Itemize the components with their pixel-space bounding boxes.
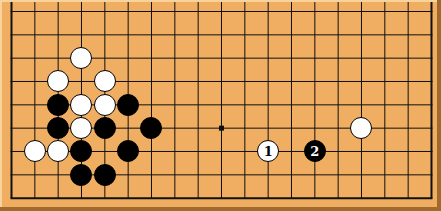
intersection-E4[interactable] (93, 116, 116, 139)
intersection-N6[interactable] (280, 70, 303, 93)
intersection-G5[interactable] (140, 93, 163, 116)
intersection-N4[interactable] (280, 116, 303, 139)
intersection-K5[interactable] (210, 93, 233, 116)
intersection-Q7[interactable] (350, 47, 373, 70)
intersection-J3[interactable] (186, 140, 209, 163)
intersection-C3[interactable] (47, 140, 70, 163)
intersection-N2[interactable] (280, 163, 303, 186)
intersection-P5[interactable] (326, 93, 349, 116)
intersection-Q5[interactable] (350, 93, 373, 116)
intersection-Q3[interactable] (350, 140, 373, 163)
board-edge-highlight-top (0, 0, 441, 2)
intersection-A5[interactable] (0, 93, 23, 116)
intersection-N3[interactable] (280, 140, 303, 163)
intersection-H2[interactable] (163, 163, 186, 186)
intersection-O2[interactable] (303, 163, 326, 186)
intersection-G9[interactable] (140, 0, 163, 23)
intersection-B4[interactable] (23, 116, 46, 139)
intersection-O4[interactable] (303, 116, 326, 139)
intersection-H7[interactable] (163, 47, 186, 70)
intersection-B8[interactable] (23, 23, 46, 46)
intersection-E9[interactable] (93, 0, 116, 23)
intersection-J4[interactable] (186, 116, 209, 139)
intersection-P9[interactable] (326, 0, 349, 23)
intersection-M6[interactable] (256, 70, 279, 93)
intersection-C9[interactable] (47, 0, 70, 23)
intersection-P6[interactable] (326, 70, 349, 93)
intersection-G4[interactable] (140, 116, 163, 139)
intersection-S5[interactable] (396, 93, 419, 116)
intersection-O9[interactable] (303, 0, 326, 23)
intersection-F4[interactable] (116, 116, 139, 139)
intersection-K2[interactable] (210, 163, 233, 186)
intersection-N7[interactable] (280, 47, 303, 70)
intersection-O3[interactable] (303, 140, 326, 163)
intersection-S2[interactable] (396, 163, 419, 186)
intersection-P2[interactable] (326, 163, 349, 186)
intersection-J2[interactable] (186, 163, 209, 186)
intersection-G7[interactable] (140, 47, 163, 70)
intersection-F7[interactable] (116, 47, 139, 70)
intersection-D8[interactable] (70, 23, 93, 46)
intersection-H8[interactable] (163, 23, 186, 46)
intersection-E6[interactable] (93, 70, 116, 93)
intersection-A8[interactable] (0, 23, 23, 46)
intersection-G3[interactable] (140, 140, 163, 163)
intersection-J6[interactable] (186, 70, 209, 93)
intersection-H4[interactable] (163, 116, 186, 139)
intersection-B5[interactable] (23, 93, 46, 116)
intersection-O7[interactable] (303, 47, 326, 70)
intersection-E8[interactable] (93, 23, 116, 46)
intersection-O6[interactable] (303, 70, 326, 93)
intersection-R3[interactable] (373, 140, 396, 163)
intersection-F2[interactable] (116, 163, 139, 186)
intersection-R5[interactable] (373, 93, 396, 116)
intersection-R9[interactable] (373, 0, 396, 23)
intersection-A7[interactable] (0, 47, 23, 70)
intersection-F9[interactable] (116, 0, 139, 23)
intersection-J8[interactable] (186, 23, 209, 46)
intersection-F6[interactable] (116, 70, 139, 93)
intersection-S4[interactable] (396, 116, 419, 139)
intersection-F8[interactable] (116, 23, 139, 46)
board-edge-highlight-left (0, 0, 2, 211)
intersection-N8[interactable] (280, 23, 303, 46)
intersection-L8[interactable] (233, 23, 256, 46)
intersection-S7[interactable] (396, 47, 419, 70)
intersection-C2[interactable] (47, 163, 70, 186)
intersection-Q4[interactable] (350, 116, 373, 139)
intersection-S9[interactable] (396, 0, 419, 23)
intersection-O5[interactable] (303, 93, 326, 116)
intersection-A4[interactable] (0, 116, 23, 139)
intersection-M2[interactable] (256, 163, 279, 186)
intersection-J9[interactable] (186, 0, 209, 23)
intersection-Q6[interactable] (350, 70, 373, 93)
intersection-E3[interactable] (93, 140, 116, 163)
intersection-Q8[interactable] (350, 23, 373, 46)
intersection-K4[interactable] (210, 116, 233, 139)
intersection-A6[interactable] (0, 70, 23, 93)
intersection-R7[interactable] (373, 47, 396, 70)
intersection-A3[interactable] (0, 140, 23, 163)
intersection-S6[interactable] (396, 70, 419, 93)
intersection-B6[interactable] (23, 70, 46, 93)
intersection-J5[interactable] (186, 93, 209, 116)
intersection-grid (0, 0, 441, 210)
intersection-M8[interactable] (256, 23, 279, 46)
intersection-K7[interactable] (210, 47, 233, 70)
intersection-D9[interactable] (70, 0, 93, 23)
intersection-H6[interactable] (163, 70, 186, 93)
intersection-R6[interactable] (373, 70, 396, 93)
intersection-D6[interactable] (70, 70, 93, 93)
intersection-M3[interactable] (256, 140, 279, 163)
intersection-C6[interactable] (47, 70, 70, 93)
intersection-D2[interactable] (70, 163, 93, 186)
intersection-A9[interactable] (0, 0, 23, 23)
intersection-D4[interactable] (70, 116, 93, 139)
intersection-E5[interactable] (93, 93, 116, 116)
intersection-M5[interactable] (256, 93, 279, 116)
intersection-M9[interactable] (256, 0, 279, 23)
intersection-L7[interactable] (233, 47, 256, 70)
intersection-C5[interactable] (47, 93, 70, 116)
intersection-L6[interactable] (233, 70, 256, 93)
intersection-L4[interactable] (233, 116, 256, 139)
intersection-D7[interactable] (70, 47, 93, 70)
intersection-F3[interactable] (116, 140, 139, 163)
intersection-G6[interactable] (140, 70, 163, 93)
intersection-H9[interactable] (163, 0, 186, 23)
intersection-Q9[interactable] (350, 0, 373, 23)
intersection-L9[interactable] (233, 0, 256, 23)
intersection-A2[interactable] (0, 163, 23, 186)
intersection-P4[interactable] (326, 116, 349, 139)
intersection-H3[interactable] (163, 140, 186, 163)
intersection-J7[interactable] (186, 47, 209, 70)
intersection-D5[interactable] (70, 93, 93, 116)
intersection-M7[interactable] (256, 47, 279, 70)
intersection-R8[interactable] (373, 23, 396, 46)
intersection-O8[interactable] (303, 23, 326, 46)
intersection-M4[interactable] (256, 116, 279, 139)
intersection-K3[interactable] (210, 140, 233, 163)
intersection-P8[interactable] (326, 23, 349, 46)
intersection-K6[interactable] (210, 70, 233, 93)
intersection-C4[interactable] (47, 116, 70, 139)
intersection-B3[interactable] (23, 140, 46, 163)
intersection-P7[interactable] (326, 47, 349, 70)
intersection-B9[interactable] (23, 0, 46, 23)
intersection-S8[interactable] (396, 23, 419, 46)
intersection-N9[interactable] (280, 0, 303, 23)
intersection-K8[interactable] (210, 23, 233, 46)
intersection-Q2[interactable] (350, 163, 373, 186)
intersection-L5[interactable] (233, 93, 256, 116)
intersection-G8[interactable] (140, 23, 163, 46)
intersection-P3[interactable] (326, 140, 349, 163)
intersection-K9[interactable] (210, 0, 233, 23)
intersection-H5[interactable] (163, 93, 186, 116)
intersection-B7[interactable] (23, 47, 46, 70)
intersection-N5[interactable] (280, 93, 303, 116)
intersection-G2[interactable] (140, 163, 163, 186)
go-board: 12 (0, 0, 441, 211)
intersection-E2[interactable] (93, 163, 116, 186)
intersection-D3[interactable] (70, 140, 93, 163)
board-edge-shadow-right (437, 0, 441, 211)
intersection-R2[interactable] (373, 163, 396, 186)
intersection-B2[interactable] (23, 163, 46, 186)
board-edge-shadow-bottom (0, 207, 441, 211)
intersection-E7[interactable] (93, 47, 116, 70)
intersection-R4[interactable] (373, 116, 396, 139)
intersection-S3[interactable] (396, 140, 419, 163)
intersection-L3[interactable] (233, 140, 256, 163)
intersection-F5[interactable] (116, 93, 139, 116)
intersection-C8[interactable] (47, 23, 70, 46)
intersection-L2[interactable] (233, 163, 256, 186)
intersection-C7[interactable] (47, 47, 70, 70)
